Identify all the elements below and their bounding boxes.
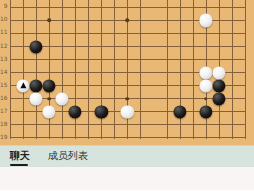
row-label: 13 <box>0 57 8 63</box>
star-point <box>126 19 130 23</box>
row-label: 10 <box>0 18 8 24</box>
row-label: 16 <box>0 96 8 102</box>
row-label: 11 <box>0 31 8 37</box>
row-label: 19 <box>0 135 8 141</box>
row-label: 14 <box>0 70 8 76</box>
chat-panel <box>0 167 254 191</box>
tab-member-list[interactable]: 成员列表 <box>48 150 88 162</box>
row-label: 17 <box>0 109 8 115</box>
star-point <box>47 19 51 23</box>
last-move-triangle-marker <box>20 82 26 88</box>
row-label: 15 <box>0 83 8 89</box>
row-label: 9 <box>0 4 8 10</box>
bottom-tab-bar: 聊天 成员列表 <box>0 145 254 167</box>
tab-chat[interactable]: 聊天 <box>10 150 30 162</box>
active-tab-indicator <box>10 164 28 166</box>
row-label: 18 <box>0 122 8 128</box>
star-point <box>47 97 51 101</box>
row-label: 12 <box>0 44 8 50</box>
star-point <box>126 97 130 101</box>
go-board[interactable]: 910111213141516171819 <box>0 0 254 145</box>
app-screen: 910111213141516171819 聊天 成员列表 <box>0 0 254 190</box>
star-point <box>204 97 208 101</box>
